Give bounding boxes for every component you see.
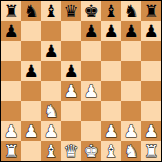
square-f1[interactable]: ♝ bbox=[101, 141, 121, 161]
square-g3[interactable] bbox=[121, 101, 141, 121]
piece-black-pawn: ♟ bbox=[63, 62, 78, 79]
square-e4[interactable]: ♟ bbox=[81, 81, 101, 101]
square-f6[interactable] bbox=[101, 41, 121, 61]
square-e8[interactable]: ♚ bbox=[81, 1, 101, 21]
square-g8[interactable]: ♞ bbox=[121, 1, 141, 21]
piece-black-pawn: ♟ bbox=[23, 62, 38, 79]
square-c7[interactable] bbox=[41, 21, 61, 41]
square-g2[interactable]: ♟ bbox=[121, 121, 141, 141]
square-f2[interactable]: ♟ bbox=[101, 121, 121, 141]
piece-black-pawn: ♟ bbox=[123, 22, 138, 39]
square-f4[interactable] bbox=[101, 81, 121, 101]
piece-white-knight: ♞ bbox=[123, 142, 138, 159]
square-b4[interactable] bbox=[21, 81, 41, 101]
piece-white-pawn: ♟ bbox=[23, 122, 38, 139]
piece-white-rook: ♜ bbox=[143, 142, 158, 159]
square-g5[interactable] bbox=[121, 61, 141, 81]
piece-white-pawn: ♟ bbox=[43, 122, 58, 139]
chess-board: ♜♞♝♛♚♝♞♜♟♟♟♟♟♟♟♟♟♟♞♟♟♟♟♟♟♜♝♛♚♝♞♜ bbox=[0, 0, 162, 162]
square-a3[interactable] bbox=[1, 101, 21, 121]
square-h2[interactable]: ♟ bbox=[141, 121, 161, 141]
square-f8[interactable]: ♝ bbox=[101, 1, 121, 21]
piece-black-knight: ♞ bbox=[123, 2, 138, 19]
square-a6[interactable] bbox=[1, 41, 21, 61]
square-e3[interactable] bbox=[81, 101, 101, 121]
piece-white-pawn: ♟ bbox=[63, 82, 78, 99]
square-h6[interactable] bbox=[141, 41, 161, 61]
square-b1[interactable] bbox=[21, 141, 41, 161]
square-h7[interactable]: ♟ bbox=[141, 21, 161, 41]
piece-black-pawn: ♟ bbox=[83, 22, 98, 39]
square-c5[interactable] bbox=[41, 61, 61, 81]
square-b5[interactable]: ♟ bbox=[21, 61, 41, 81]
square-d7[interactable] bbox=[61, 21, 81, 41]
square-d1[interactable]: ♛ bbox=[61, 141, 81, 161]
square-a7[interactable]: ♟ bbox=[1, 21, 21, 41]
square-c3[interactable]: ♞ bbox=[41, 101, 61, 121]
square-d6[interactable] bbox=[61, 41, 81, 61]
square-d2[interactable] bbox=[61, 121, 81, 141]
square-g7[interactable]: ♟ bbox=[121, 21, 141, 41]
square-e5[interactable] bbox=[81, 61, 101, 81]
square-d5[interactable]: ♟ bbox=[61, 61, 81, 81]
piece-black-pawn: ♟ bbox=[3, 22, 18, 39]
square-b3[interactable] bbox=[21, 101, 41, 121]
piece-white-king: ♚ bbox=[83, 142, 98, 159]
square-h3[interactable] bbox=[141, 101, 161, 121]
square-a1[interactable]: ♜ bbox=[1, 141, 21, 161]
piece-black-king: ♚ bbox=[83, 2, 98, 19]
square-a5[interactable] bbox=[1, 61, 21, 81]
square-f5[interactable] bbox=[101, 61, 121, 81]
piece-black-rook: ♜ bbox=[3, 2, 18, 19]
square-a4[interactable] bbox=[1, 81, 21, 101]
piece-black-knight: ♞ bbox=[23, 2, 38, 19]
piece-white-knight: ♞ bbox=[43, 102, 58, 119]
square-f3[interactable] bbox=[101, 101, 121, 121]
square-a2[interactable]: ♟ bbox=[1, 121, 21, 141]
piece-white-pawn: ♟ bbox=[123, 122, 138, 139]
square-h8[interactable]: ♜ bbox=[141, 1, 161, 21]
piece-black-queen: ♛ bbox=[63, 2, 78, 19]
square-g6[interactable] bbox=[121, 41, 141, 61]
piece-white-pawn: ♟ bbox=[83, 82, 98, 99]
square-e2[interactable] bbox=[81, 121, 101, 141]
piece-white-pawn: ♟ bbox=[3, 122, 18, 139]
piece-black-rook: ♜ bbox=[143, 2, 158, 19]
piece-white-pawn: ♟ bbox=[103, 122, 118, 139]
piece-white-rook: ♜ bbox=[3, 142, 18, 159]
square-f7[interactable]: ♟ bbox=[101, 21, 121, 41]
square-g1[interactable]: ♞ bbox=[121, 141, 141, 161]
square-h5[interactable] bbox=[141, 61, 161, 81]
square-d4[interactable]: ♟ bbox=[61, 81, 81, 101]
square-b8[interactable]: ♞ bbox=[21, 1, 41, 21]
square-g4[interactable] bbox=[121, 81, 141, 101]
piece-black-pawn: ♟ bbox=[103, 22, 118, 39]
square-b7[interactable] bbox=[21, 21, 41, 41]
piece-black-pawn: ♟ bbox=[43, 42, 58, 59]
piece-black-bishop: ♝ bbox=[43, 2, 58, 19]
square-h1[interactable]: ♜ bbox=[141, 141, 161, 161]
square-b6[interactable] bbox=[21, 41, 41, 61]
piece-black-pawn: ♟ bbox=[143, 22, 158, 39]
square-e6[interactable] bbox=[81, 41, 101, 61]
square-c6[interactable]: ♟ bbox=[41, 41, 61, 61]
square-a8[interactable]: ♜ bbox=[1, 1, 21, 21]
square-c2[interactable]: ♟ bbox=[41, 121, 61, 141]
square-c8[interactable]: ♝ bbox=[41, 1, 61, 21]
square-d8[interactable]: ♛ bbox=[61, 1, 81, 21]
square-e1[interactable]: ♚ bbox=[81, 141, 101, 161]
piece-black-bishop: ♝ bbox=[103, 2, 118, 19]
square-e7[interactable]: ♟ bbox=[81, 21, 101, 41]
piece-white-bishop: ♝ bbox=[103, 142, 118, 159]
piece-white-pawn: ♟ bbox=[143, 122, 158, 139]
square-b2[interactable]: ♟ bbox=[21, 121, 41, 141]
square-c4[interactable] bbox=[41, 81, 61, 101]
square-d3[interactable] bbox=[61, 101, 81, 121]
square-h4[interactable] bbox=[141, 81, 161, 101]
square-c1[interactable]: ♝ bbox=[41, 141, 61, 161]
piece-white-queen: ♛ bbox=[63, 142, 78, 159]
piece-white-bishop: ♝ bbox=[43, 142, 58, 159]
